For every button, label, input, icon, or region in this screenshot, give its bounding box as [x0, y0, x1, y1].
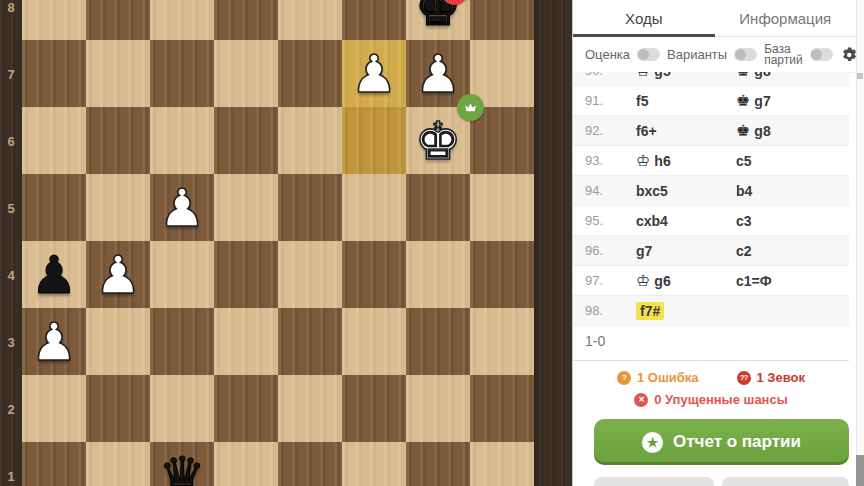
move-san: c3 [736, 213, 752, 229]
move-black[interactable]: ♚g8 [736, 121, 849, 140]
square-d1[interactable] [214, 442, 278, 486]
move-san: f7# [636, 302, 664, 320]
database-toggle[interactable] [810, 48, 833, 61]
stat-missed-chances: ✕ 0 Упущенные шансы [634, 392, 788, 407]
mistake-icon: ? [617, 371, 631, 385]
panel-tabs: Ходы Информация [573, 0, 856, 37]
move-san: bxc5 [636, 183, 668, 199]
square-d7[interactable] [214, 40, 278, 107]
stat-blunder: ?? 1 Зевок [737, 370, 805, 385]
chess-board[interactable]: ♚♟♟♚♟♟♟♟♛ [22, 0, 534, 486]
report-button-label: Отчет о партии [673, 432, 801, 452]
toggle-knob [811, 49, 822, 60]
move-san: g8 [754, 72, 770, 79]
move-white[interactable]: ♔g5 [636, 72, 736, 80]
toggle-knob [735, 49, 746, 60]
square-f3[interactable] [342, 308, 406, 375]
move-row-95: 95.cxb4c3 [573, 206, 849, 236]
move-black[interactable]: ♚g7 [736, 91, 849, 110]
toggle-label-evaluation: Оценка [585, 47, 630, 62]
square-d8[interactable] [214, 0, 278, 40]
square-c2[interactable] [150, 375, 214, 442]
move-number: 92. [585, 123, 636, 138]
square-b6[interactable] [86, 107, 150, 174]
rank-label-2: 2 [0, 402, 22, 417]
square-e7[interactable] [278, 40, 342, 107]
move-row-97: 97.♔g6c1=Ф [573, 266, 849, 296]
square-d4[interactable] [214, 241, 278, 308]
missed-chances-icon: ✕ [634, 393, 648, 407]
square-b3[interactable] [86, 308, 150, 375]
move-black[interactable]: c1=Ф [736, 273, 849, 289]
move-number: 94. [585, 183, 636, 198]
square-h3[interactable] [470, 308, 534, 375]
move-row-98: 98.f7# [573, 296, 849, 326]
square-g3[interactable] [406, 308, 470, 375]
stat-mistake-text: 1 Ошибка [637, 370, 699, 385]
square-d3[interactable] [214, 308, 278, 375]
move-black[interactable]: c3 [736, 213, 849, 229]
square-f6[interactable] [342, 107, 406, 174]
analysis-controls: Оценка Варианты База партий [573, 37, 856, 73]
stat-missed-chances-text: 0 Упущенные шансы [654, 392, 788, 407]
move-row-96: 96.g7c2 [573, 236, 849, 266]
move-white[interactable]: ♔g6 [636, 271, 736, 290]
rank-label-6: 6 [0, 134, 22, 149]
rank-label-7: 7 [0, 67, 22, 82]
move-white[interactable]: bxc5 [636, 183, 736, 199]
square-a4[interactable]: ♟ [22, 241, 86, 308]
square-g5[interactable] [406, 174, 470, 241]
move-number: 90. [585, 72, 636, 78]
square-c3[interactable] [150, 308, 214, 375]
square-c7[interactable] [150, 40, 214, 107]
square-c6[interactable] [150, 107, 214, 174]
scrollbar-dash [857, 73, 863, 79]
stats-row-2: ✕ 0 Упущенные шансы [573, 392, 849, 407]
tab-information[interactable]: Информация [715, 0, 857, 36]
move-san: c1=Ф [736, 273, 772, 289]
move-san: c2 [736, 243, 752, 259]
square-c1[interactable]: ♛ [150, 442, 214, 486]
move-white[interactable]: f6+ [636, 123, 736, 139]
square-a2[interactable] [22, 375, 86, 442]
square-f4[interactable] [342, 241, 406, 308]
gear-icon[interactable] [840, 46, 858, 64]
move-san: f6+ [636, 123, 657, 139]
stat-mistake: ? 1 Ошибка [617, 370, 699, 385]
secondary-button-left[interactable] [594, 477, 714, 486]
toggle-knob [638, 49, 649, 60]
square-a7[interactable] [22, 40, 86, 107]
move-number: 91. [585, 93, 636, 108]
move-white[interactable]: cxb4 [636, 213, 736, 229]
move-white[interactable]: f7# [636, 302, 736, 320]
move-black[interactable]: c2 [736, 243, 849, 259]
piece-figurine-icon: ♔ [636, 151, 650, 170]
square-c4[interactable] [150, 241, 214, 308]
move-san: h6 [654, 153, 670, 169]
piece-figurine-icon: ♔ [636, 72, 650, 80]
square-b1[interactable] [86, 442, 150, 486]
square-b5[interactable] [86, 174, 150, 241]
square-b4[interactable]: ♟ [86, 241, 150, 308]
toggle-label-database: База партий [764, 44, 802, 66]
piece-white-pawn[interactable]: ♟ [31, 316, 78, 368]
secondary-button-right[interactable] [722, 477, 849, 486]
move-san: g7 [636, 243, 652, 259]
move-san: g5 [654, 72, 670, 79]
move-white[interactable]: f5 [636, 93, 736, 109]
square-g4[interactable] [406, 241, 470, 308]
move-san: f5 [636, 93, 648, 109]
square-e1[interactable] [278, 442, 342, 486]
move-row-91: 91.f5♚g7 [573, 86, 849, 116]
square-d6[interactable] [214, 107, 278, 174]
piece-black-pawn[interactable]: ♟ [31, 249, 78, 301]
move-row-94: 94.bxc5b4 [573, 176, 849, 206]
stats-row-1: ? 1 Ошибка ?? 1 Зевок [573, 370, 849, 385]
move-row-92: 92.f6+♚g8 [573, 116, 849, 146]
square-e4[interactable] [278, 241, 342, 308]
toggle-label-variants: Варианты [667, 47, 727, 62]
square-e3[interactable] [278, 308, 342, 375]
square-f7[interactable]: ♟ [342, 40, 406, 107]
move-san: g7 [754, 93, 770, 109]
game-report-button[interactable]: ★ Отчет о партии [594, 419, 849, 465]
square-h1[interactable] [470, 442, 534, 486]
square-h8[interactable] [470, 0, 534, 40]
board-area: 87654321 ♚♟♟♚♟♟♟♟♛ [0, 0, 572, 486]
star-icon: ★ [642, 432, 663, 453]
rank-labels: 87654321 [0, 0, 22, 486]
square-f2[interactable] [342, 375, 406, 442]
move-black[interactable]: ♚g8 [736, 72, 849, 80]
move-list[interactable]: 90.♔g5♚g891.f5♚g792.f6+♚g893.♔h6c594.bxc… [573, 72, 849, 360]
piece-white-pawn[interactable]: ♟ [159, 182, 206, 234]
square-e2[interactable] [278, 375, 342, 442]
square-g8[interactable]: ♚ [406, 0, 470, 40]
move-row-90: 90.♔g5♚g8 [573, 72, 849, 86]
rank-label-4: 4 [0, 268, 22, 283]
square-g1[interactable] [406, 442, 470, 486]
rank-label-5: 5 [0, 201, 22, 216]
blunder-icon: ?? [737, 371, 751, 385]
move-black[interactable]: c5 [736, 153, 849, 169]
move-san: g6 [654, 273, 670, 289]
analysis-panel: Ходы Информация Оценка Варианты База пар… [572, 0, 856, 486]
move-san: c5 [736, 153, 752, 169]
piece-white-king[interactable]: ♚ [415, 115, 462, 167]
square-h4[interactable] [470, 241, 534, 308]
piece-white-pawn[interactable]: ♟ [415, 48, 462, 100]
move-row-93: 93.♔h6c5 [573, 146, 849, 176]
square-b2[interactable] [86, 375, 150, 442]
square-a8[interactable] [22, 0, 86, 40]
square-d5[interactable] [214, 174, 278, 241]
square-f8[interactable] [342, 0, 406, 40]
variants-toggle[interactable] [734, 48, 757, 61]
square-c8[interactable] [150, 0, 214, 40]
move-san: b4 [736, 183, 752, 199]
rank-label-3: 3 [0, 335, 22, 350]
winner-crown-badge [457, 94, 484, 121]
tab-moves[interactable]: Ходы [573, 0, 715, 36]
square-e5[interactable] [278, 174, 342, 241]
square-b7[interactable] [86, 40, 150, 107]
move-number: 93. [585, 153, 636, 168]
piece-white-pawn[interactable]: ♟ [351, 48, 398, 100]
scrollbar-thumb[interactable] [856, 455, 864, 486]
evaluation-toggle[interactable] [637, 48, 660, 61]
move-number: 97. [585, 273, 636, 288]
piece-white-pawn[interactable]: ♟ [95, 249, 142, 301]
square-c5[interactable]: ♟ [150, 174, 214, 241]
square-b8[interactable] [86, 0, 150, 40]
move-san: g8 [754, 123, 770, 139]
square-a5[interactable] [22, 174, 86, 241]
game-result: 1-0 [573, 326, 849, 356]
square-f5[interactable] [342, 174, 406, 241]
square-e6[interactable] [278, 107, 342, 174]
square-a6[interactable] [22, 107, 86, 174]
piece-figurine-icon: ♚ [736, 121, 750, 140]
move-san: cxb4 [636, 213, 668, 229]
square-a3[interactable]: ♟ [22, 308, 86, 375]
move-black[interactable]: b4 [736, 183, 849, 199]
move-number: 98. [585, 303, 636, 318]
move-number: 96. [585, 243, 636, 258]
square-e8[interactable] [278, 0, 342, 40]
game-stats: ? 1 Ошибка ?? 1 Зевок ✕ 0 Упущенные шанс… [573, 360, 849, 414]
piece-figurine-icon: ♚ [736, 72, 750, 80]
piece-figurine-icon: ♔ [636, 271, 650, 290]
piece-black-queen[interactable]: ♛ [159, 450, 206, 486]
move-number: 95. [585, 213, 636, 228]
square-g2[interactable] [406, 375, 470, 442]
square-d2[interactable] [214, 375, 278, 442]
square-h5[interactable] [470, 174, 534, 241]
piece-figurine-icon: ♚ [736, 91, 750, 110]
rank-label-8: 8 [0, 0, 22, 15]
move-white[interactable]: g7 [636, 243, 736, 259]
move-white[interactable]: ♔h6 [636, 151, 736, 170]
square-h2[interactable] [470, 375, 534, 442]
page-scrollbar[interactable] [856, 0, 864, 486]
square-a1[interactable] [22, 442, 86, 486]
stat-blunder-text: 1 Зевок [757, 370, 805, 385]
square-f1[interactable] [342, 442, 406, 486]
rank-label-1: 1 [0, 469, 22, 484]
